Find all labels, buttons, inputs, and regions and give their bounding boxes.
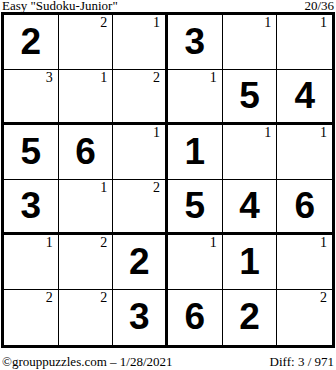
cell-r6c1[interactable]: 2 <box>4 290 59 345</box>
pencil-mark: 3 <box>46 71 53 85</box>
cell-r5c3[interactable]: 2 <box>113 235 168 290</box>
cell-r2c3[interactable]: 2 <box>113 70 168 125</box>
pencil-mark: 1 <box>320 236 327 250</box>
cell-r1c6[interactable]: 1 <box>277 15 332 70</box>
cell-r1c3[interactable]: 1 <box>113 15 168 70</box>
pencil-mark: 2 <box>320 291 327 305</box>
given-digit: 6 <box>294 187 315 226</box>
given-digit: 5 <box>21 133 42 172</box>
pencil-mark: 2 <box>100 291 107 305</box>
given-digit: 6 <box>75 133 96 172</box>
difficulty-rating: Diff: 3 / 971 <box>270 356 334 368</box>
cell-r5c6[interactable]: 1 <box>277 235 332 290</box>
given-digit: 1 <box>239 243 260 282</box>
given-digit: 4 <box>294 77 315 116</box>
pencil-mark: 2 <box>100 16 107 30</box>
pencil-mark: 1 <box>264 126 271 140</box>
cell-r4c5[interactable]: 4 <box>223 180 278 235</box>
pencil-mark: 2 <box>100 236 107 250</box>
cell-r4c2[interactable]: 1 <box>59 180 114 235</box>
cell-r6c5[interactable]: 2 <box>223 290 278 345</box>
given-digit: 6 <box>185 298 206 337</box>
cell-r5c4[interactable]: 1 <box>168 235 223 290</box>
cell-r1c4[interactable]: 3 <box>168 15 223 70</box>
given-digit: 3 <box>185 23 206 62</box>
cell-r4c4[interactable]: 5 <box>168 180 223 235</box>
pencil-mark: 1 <box>264 16 271 30</box>
cell-r2c5[interactable]: 5 <box>223 70 278 125</box>
cell-r1c2[interactable]: 2 <box>59 15 114 70</box>
cell-r5c5[interactable]: 1 <box>223 235 278 290</box>
pencil-mark: 1 <box>320 16 327 30</box>
cell-r6c3[interactable]: 3 <box>113 290 168 345</box>
cell-r2c6[interactable]: 4 <box>277 70 332 125</box>
cell-r4c3[interactable]: 2 <box>113 180 168 235</box>
pencil-mark: 1 <box>46 236 53 250</box>
pencil-mark: 1 <box>153 16 160 30</box>
given-digit: 4 <box>239 187 260 226</box>
puzzle-counter: 20/36 <box>304 0 334 12</box>
given-digit: 3 <box>21 187 42 226</box>
given-digit: 3 <box>129 298 150 337</box>
cell-r2c1[interactable]: 3 <box>4 70 59 125</box>
cell-r5c2[interactable]: 2 <box>59 235 114 290</box>
cell-r1c1[interactable]: 2 <box>4 15 59 70</box>
pencil-mark: 1 <box>210 236 217 250</box>
cell-r3c3[interactable]: 1 <box>113 125 168 180</box>
given-digit: 2 <box>239 298 260 337</box>
given-digit: 5 <box>239 77 260 116</box>
cell-r1c5[interactable]: 1 <box>223 15 278 70</box>
cell-r5c1[interactable]: 1 <box>4 235 59 290</box>
cell-r6c6[interactable]: 2 <box>277 290 332 345</box>
given-digit: 2 <box>21 23 42 62</box>
pencil-mark: 1 <box>210 71 217 85</box>
pencil-mark: 1 <box>100 71 107 85</box>
pencil-mark: 1 <box>153 126 160 140</box>
cell-r2c2[interactable]: 1 <box>59 70 114 125</box>
puzzle-page: Easy "Sudoku-Junior" 20/36 2213113121545… <box>0 0 336 370</box>
cell-r3c5[interactable]: 1 <box>223 125 278 180</box>
pencil-mark: 1 <box>320 126 327 140</box>
cell-r6c4[interactable]: 6 <box>168 290 223 345</box>
cell-r6c2[interactable]: 2 <box>59 290 114 345</box>
pencil-mark: 1 <box>100 181 107 195</box>
header: Easy "Sudoku-Junior" 20/36 <box>1 0 335 12</box>
cell-r4c1[interactable]: 3 <box>4 180 59 235</box>
cell-r3c2[interactable]: 6 <box>59 125 114 180</box>
copyright-date: ©grouppuzzles.com – 1/28/2021 <box>2 356 173 368</box>
given-digit: 2 <box>129 243 150 282</box>
pencil-mark: 2 <box>153 181 160 195</box>
cell-r2c4[interactable]: 1 <box>168 70 223 125</box>
sudoku-board: 221311312154561111312546122111223622 <box>1 12 335 348</box>
cell-r3c6[interactable]: 1 <box>277 125 332 180</box>
given-digit: 5 <box>185 187 206 226</box>
pencil-mark: 2 <box>46 291 53 305</box>
footer: ©grouppuzzles.com – 1/28/2021 Diff: 3 / … <box>1 356 335 368</box>
page-title: Easy "Sudoku-Junior" <box>2 0 118 12</box>
cell-r3c1[interactable]: 5 <box>4 125 59 180</box>
cell-r4c6[interactable]: 6 <box>277 180 332 235</box>
cell-r3c4[interactable]: 1 <box>168 125 223 180</box>
given-digit: 1 <box>185 133 206 172</box>
pencil-mark: 2 <box>153 71 160 85</box>
